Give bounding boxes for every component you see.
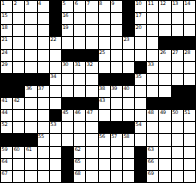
cell-r14c5[interactable] (50, 159, 61, 170)
cell-r6c5[interactable] (50, 62, 61, 73)
cell-r6c9[interactable] (99, 62, 110, 73)
cell-r3c6[interactable]: 19 (62, 25, 73, 36)
block-r9c6 (62, 98, 73, 109)
cell-r5c4[interactable] (38, 50, 49, 61)
cell-r5c14[interactable]: 26 (159, 50, 170, 61)
block-r15c6 (62, 171, 73, 182)
cell-r1c12[interactable]: 10 (135, 1, 146, 12)
cell-r7c8[interactable] (86, 74, 97, 85)
block-r9c13 (147, 98, 158, 109)
cell-r12c4[interactable]: 55 (38, 134, 49, 145)
cell-r4c10[interactable] (111, 37, 122, 48)
cell-r15c16[interactable] (184, 171, 195, 182)
block-r14c6 (62, 159, 73, 170)
cell-r6c3[interactable] (25, 62, 36, 73)
block-r8c15 (172, 86, 183, 97)
clue-number-67: 67 (2, 171, 8, 176)
clue-number-28: 28 (184, 50, 190, 55)
cell-r4c12[interactable] (135, 37, 146, 48)
cell-r3c3[interactable] (25, 25, 36, 36)
cell-r2c13[interactable] (147, 13, 158, 24)
cell-r2c12[interactable]: 17 (135, 13, 146, 24)
cell-r4c3[interactable] (25, 37, 36, 48)
clue-number-64: 64 (2, 159, 8, 164)
cell-r3c12[interactable]: 20 (135, 25, 146, 36)
cell-r12c6[interactable] (62, 134, 73, 145)
block-r5c8 (86, 50, 97, 61)
clue-number-57: 57 (111, 134, 117, 139)
cell-r4c13[interactable] (147, 37, 158, 48)
cell-r11c8[interactable] (86, 122, 97, 133)
clue-number-14: 14 (184, 1, 190, 6)
cell-r15c5[interactable] (50, 171, 61, 182)
cell-r9c12[interactable] (135, 98, 146, 109)
cell-r15c4[interactable] (38, 171, 49, 182)
block-r2c5 (50, 13, 61, 24)
cell-r5c2[interactable] (13, 50, 24, 61)
block-r8c1 (1, 86, 12, 97)
cell-r2c6[interactable]: 16 (62, 13, 73, 24)
cell-r9c2[interactable]: 42 (13, 98, 24, 109)
block-r12c1 (1, 134, 12, 145)
cell-r4c9[interactable] (99, 37, 110, 48)
cell-r14c15[interactable] (172, 159, 183, 170)
cell-r3c4[interactable] (38, 25, 49, 36)
clue-number-66: 66 (148, 159, 154, 164)
cell-r7c15[interactable] (172, 74, 183, 85)
cell-r10c2[interactable] (13, 110, 24, 121)
cell-r12c13[interactable] (147, 134, 158, 145)
cell-r11c4[interactable] (38, 122, 49, 133)
clue-number-44: 44 (2, 110, 8, 115)
cell-r13c16[interactable] (184, 147, 195, 158)
clue-number-43: 43 (99, 98, 105, 103)
clue-number-20: 20 (136, 25, 142, 30)
cell-r11c7[interactable] (74, 122, 85, 133)
block-r9c7 (74, 98, 85, 109)
clue-number-17: 17 (136, 13, 142, 18)
block-r11c10 (111, 122, 122, 133)
cell-r2c7[interactable] (74, 13, 85, 24)
cell-r3c2[interactable] (13, 25, 24, 36)
clue-number-38: 38 (99, 86, 105, 91)
cell-r2c1[interactable]: 15 (1, 13, 12, 24)
clue-number-61: 61 (26, 147, 32, 152)
clue-number-33: 33 (148, 62, 154, 67)
cell-r1c10[interactable]: 9 (111, 1, 122, 12)
clue-number-50: 50 (172, 110, 178, 115)
cell-r12c12[interactable] (135, 134, 146, 145)
cell-r3c13[interactable] (147, 25, 158, 36)
block-r10c5 (50, 110, 61, 121)
cell-r7c16[interactable] (184, 74, 195, 85)
block-r8c2 (13, 86, 24, 97)
cell-r13c11[interactable] (123, 147, 134, 158)
cell-r6c4[interactable] (38, 62, 49, 73)
cell-r15c9[interactable] (99, 171, 110, 182)
cell-r4c8[interactable] (86, 37, 97, 48)
cell-r5c10[interactable] (111, 50, 122, 61)
cell-r2c9[interactable] (99, 13, 110, 24)
cell-r6c15[interactable] (172, 62, 183, 73)
clue-number-51: 51 (184, 110, 190, 115)
cell-r14c3[interactable] (25, 159, 36, 170)
cell-r4c6[interactable] (62, 37, 73, 48)
cell-r9c1[interactable]: 41 (1, 98, 12, 109)
cell-r2c8[interactable] (86, 13, 97, 24)
cell-r4c2[interactable] (13, 37, 24, 48)
cell-r14c2[interactable] (13, 159, 24, 170)
cell-r14c16[interactable] (184, 159, 195, 170)
clue-number-40: 40 (123, 86, 129, 91)
cell-r14c7[interactable]: 65 (74, 159, 85, 170)
cell-r3c10[interactable] (111, 25, 122, 36)
cell-r5c15[interactable]: 27 (172, 50, 183, 61)
block-r9c16 (184, 98, 195, 109)
cell-r7c5[interactable]: 34 (50, 74, 61, 85)
block-r4c14 (159, 37, 170, 48)
cell-r5c11[interactable] (123, 50, 134, 61)
cell-r7c6[interactable] (62, 74, 73, 85)
cell-r10c11[interactable] (123, 110, 134, 121)
cell-r3c16[interactable] (184, 25, 195, 36)
clue-number-68: 68 (75, 171, 81, 176)
clue-number-48: 48 (148, 110, 154, 115)
crossword-board: 1234567891011121314151617181920212223242… (0, 0, 196, 183)
clue-number-37: 37 (38, 86, 44, 91)
cell-r6c14[interactable] (159, 62, 170, 73)
clue-number-58: 58 (123, 134, 129, 139)
cell-r5c5[interactable] (50, 50, 61, 61)
cell-r6c16[interactable] (184, 62, 195, 73)
cell-r9c9[interactable]: 43 (99, 98, 110, 109)
cell-r15c13[interactable]: 69 (147, 171, 158, 182)
block-r2c11 (123, 13, 134, 24)
cell-r3c9[interactable] (99, 25, 110, 36)
cell-r13c10[interactable] (111, 147, 122, 158)
cell-r15c10[interactable] (111, 171, 122, 182)
clue-number-54: 54 (136, 122, 142, 127)
cell-r2c16[interactable] (184, 13, 195, 24)
cell-r12c7[interactable] (74, 134, 85, 145)
cell-r10c8[interactable]: 47 (86, 110, 97, 121)
block-r7c1 (1, 74, 12, 85)
clue-number-62: 62 (75, 147, 81, 152)
cell-r8c9[interactable]: 38 (99, 86, 110, 97)
cell-r8c14[interactable] (159, 86, 170, 97)
cell-r4c11[interactable]: 23 (123, 37, 134, 48)
cell-r2c4[interactable] (38, 13, 49, 24)
cell-r5c16[interactable]: 28 (184, 50, 195, 61)
clue-number-26: 26 (160, 50, 166, 55)
clue-number-56: 56 (99, 134, 105, 139)
cell-r6c2[interactable] (13, 62, 24, 73)
cell-r10c7[interactable]: 46 (74, 110, 85, 121)
cell-r14c1[interactable]: 64 (1, 159, 12, 170)
cell-r1c15[interactable]: 13 (172, 1, 183, 12)
cell-r6c13[interactable]: 33 (147, 62, 158, 73)
block-r14c12 (135, 159, 146, 170)
cell-r13c3[interactable]: 61 (25, 147, 36, 158)
cell-r12c14[interactable] (159, 134, 170, 145)
clue-number-24: 24 (2, 50, 8, 55)
block-r7c2 (13, 74, 24, 85)
cell-r2c3[interactable] (25, 13, 36, 24)
clue-number-34: 34 (50, 74, 56, 79)
cell-r15c14[interactable] (159, 171, 170, 182)
cell-r11c5[interactable]: 53 (50, 122, 61, 133)
block-r3c5 (50, 25, 61, 36)
cell-r13c9[interactable] (99, 147, 110, 158)
clue-number-13: 13 (172, 1, 178, 6)
cell-r1c3[interactable]: 3 (25, 1, 36, 12)
cell-r11c1[interactable]: 52 (1, 122, 12, 133)
cell-r15c2[interactable] (13, 171, 24, 182)
cell-r8c12[interactable] (135, 86, 146, 97)
clue-number-39: 39 (111, 86, 117, 91)
cell-r10c12[interactable] (135, 110, 146, 121)
cell-r4c7[interactable] (74, 37, 85, 48)
cell-r13c15[interactable] (172, 147, 183, 158)
cell-r13c4[interactable] (38, 147, 49, 158)
cell-r14c8[interactable] (86, 159, 97, 170)
block-r12c3 (25, 134, 36, 145)
clue-number-25: 25 (99, 50, 105, 55)
cell-r8c13[interactable] (147, 86, 158, 97)
cell-r13c14[interactable] (159, 147, 170, 158)
block-r3c11 (123, 25, 134, 36)
cell-r10c1[interactable]: 44 (1, 110, 12, 121)
cell-r2c15[interactable] (172, 13, 183, 24)
cell-r2c10[interactable] (111, 13, 122, 24)
clue-number-46: 46 (75, 110, 81, 115)
cell-r1c16[interactable]: 14 (184, 1, 195, 12)
cell-r3c15[interactable] (172, 25, 183, 36)
cell-r5c9[interactable]: 25 (99, 50, 110, 61)
cell-r13c8[interactable] (86, 147, 97, 158)
clue-number-47: 47 (87, 110, 93, 115)
cell-r8c3[interactable]: 36 (25, 86, 36, 97)
cell-r7c13[interactable] (147, 74, 158, 85)
cell-r1c2[interactable]: 2 (13, 1, 24, 12)
block-r1c5 (50, 1, 61, 12)
cell-r12c8[interactable] (86, 134, 97, 145)
cell-r8c7[interactable] (74, 86, 85, 97)
block-r6c12 (135, 62, 146, 73)
cell-r10c13[interactable]: 48 (147, 110, 158, 121)
cell-r13c1[interactable]: 59 (1, 147, 12, 158)
clue-number-2: 2 (14, 1, 17, 6)
cell-r10c4[interactable] (38, 110, 49, 121)
cell-r11c15[interactable] (172, 122, 183, 133)
clue-number-32: 32 (87, 62, 93, 67)
cell-r3c14[interactable] (159, 25, 170, 36)
cell-r5c13[interactable] (147, 50, 158, 61)
block-r7c9 (99, 74, 110, 85)
block-r1c11 (123, 1, 134, 12)
block-r9c8 (86, 98, 97, 109)
clue-number-29: 29 (2, 62, 8, 67)
cell-r1c7[interactable]: 6 (74, 1, 85, 12)
cell-r8c4[interactable]: 37 (38, 86, 49, 97)
cell-r12c15[interactable] (172, 134, 183, 145)
cell-r3c7[interactable] (74, 25, 85, 36)
cell-r13c2[interactable]: 60 (13, 147, 24, 158)
cell-r8c5[interactable] (50, 86, 61, 97)
cell-r2c2[interactable] (13, 13, 24, 24)
clue-number-8: 8 (99, 1, 102, 6)
cell-r6c6[interactable]: 30 (62, 62, 73, 73)
cell-r13c5[interactable] (50, 147, 61, 158)
cell-r7c7[interactable] (74, 74, 85, 85)
cell-r12c10[interactable]: 57 (111, 134, 122, 145)
cell-r8c6[interactable] (62, 86, 73, 97)
block-r13c6 (62, 147, 73, 158)
clue-number-45: 45 (62, 110, 68, 115)
block-r11c11 (123, 122, 134, 133)
cell-r14c10[interactable] (111, 159, 122, 170)
block-r4c16 (184, 37, 195, 48)
cell-r6c10[interactable] (111, 62, 122, 73)
cell-r15c7[interactable]: 68 (74, 171, 85, 182)
cell-r10c14[interactable]: 49 (159, 110, 170, 121)
cell-r5c1[interactable]: 24 (1, 50, 12, 61)
cell-r5c12[interactable] (135, 50, 146, 61)
clue-number-7: 7 (87, 1, 90, 6)
clue-number-53: 53 (50, 122, 56, 127)
cell-r12c11[interactable]: 58 (123, 134, 134, 145)
cell-r6c1[interactable]: 29 (1, 62, 12, 73)
cell-r3c1[interactable]: 18 (1, 25, 12, 36)
cell-r15c11[interactable] (123, 171, 134, 182)
cell-r10c9[interactable] (99, 110, 110, 121)
clue-number-18: 18 (2, 25, 8, 30)
cell-r4c4[interactable] (38, 37, 49, 48)
cell-r2c14[interactable] (159, 13, 170, 24)
block-r7c4 (38, 74, 49, 85)
clue-number-41: 41 (2, 98, 8, 103)
cell-r8c11[interactable]: 40 (123, 86, 134, 97)
clue-number-30: 30 (62, 62, 68, 67)
cell-r9c5[interactable] (50, 98, 61, 109)
cell-r7c12[interactable]: 35 (135, 74, 146, 85)
clue-number-19: 19 (62, 25, 68, 30)
clue-number-21: 21 (2, 37, 8, 42)
cell-r4c5[interactable]: 22 (50, 37, 61, 48)
clue-number-11: 11 (148, 1, 154, 6)
cell-r1c4[interactable]: 4 (38, 1, 49, 12)
block-r15c12 (135, 171, 146, 182)
clue-number-31: 31 (75, 62, 81, 67)
cell-r1c14[interactable]: 12 (159, 1, 170, 12)
cell-r11c13[interactable] (147, 122, 158, 133)
cell-r9c3[interactable] (25, 98, 36, 109)
block-r9c14 (159, 98, 170, 109)
clue-number-27: 27 (172, 50, 178, 55)
clue-number-49: 49 (160, 110, 166, 115)
clue-number-55: 55 (38, 134, 44, 139)
cell-r14c9[interactable] (99, 159, 110, 170)
block-r13c12 (135, 147, 146, 158)
cell-r15c1[interactable]: 67 (1, 171, 12, 182)
cell-r15c8[interactable] (86, 171, 97, 182)
clue-number-9: 9 (111, 1, 114, 6)
block-r5c7 (74, 50, 85, 61)
clue-number-42: 42 (14, 98, 20, 103)
cell-r12c16[interactable] (184, 134, 195, 145)
cell-r11c6[interactable] (62, 122, 73, 133)
cell-r15c3[interactable] (25, 171, 36, 182)
cell-r10c6[interactable]: 45 (62, 110, 73, 121)
cell-r1c1[interactable]: 1 (1, 1, 12, 12)
cell-r9c10[interactable] (111, 98, 122, 109)
cell-r11c3[interactable] (25, 122, 36, 133)
block-r7c3 (25, 74, 36, 85)
cell-r11c16[interactable] (184, 122, 195, 133)
cell-r15c15[interactable] (172, 171, 183, 182)
clue-number-3: 3 (26, 1, 29, 6)
cell-r10c15[interactable]: 50 (172, 110, 183, 121)
clue-number-52: 52 (2, 122, 8, 127)
cell-r10c10[interactable] (111, 110, 122, 121)
cell-r6c11[interactable] (123, 62, 134, 73)
clue-number-4: 4 (38, 1, 41, 6)
cell-r1c6[interactable]: 5 (62, 1, 73, 12)
cell-r1c8[interactable]: 7 (86, 1, 97, 12)
cell-r11c14[interactable] (159, 122, 170, 133)
cell-r8c8[interactable] (86, 86, 97, 97)
cell-r14c13[interactable]: 66 (147, 159, 158, 170)
cell-r12c5[interactable] (50, 134, 61, 145)
cell-r4c1[interactable]: 21 (1, 37, 12, 48)
clue-number-59: 59 (2, 147, 8, 152)
cell-r7c14[interactable] (159, 74, 170, 85)
cell-r1c13[interactable]: 11 (147, 1, 158, 12)
cell-r1c9[interactable]: 8 (99, 1, 110, 12)
cell-r13c7[interactable]: 62 (74, 147, 85, 158)
cell-r13c13[interactable]: 63 (147, 147, 158, 158)
cell-r8c10[interactable]: 39 (111, 86, 122, 97)
clue-number-69: 69 (148, 171, 154, 176)
clue-number-5: 5 (62, 1, 65, 6)
block-r8c16 (184, 86, 195, 97)
block-r11c9 (99, 122, 110, 133)
clue-number-15: 15 (2, 13, 8, 18)
cell-r9c4[interactable] (38, 98, 49, 109)
cell-r10c3[interactable] (25, 110, 36, 121)
cell-r14c4[interactable] (38, 159, 49, 170)
cell-r14c11[interactable] (123, 159, 134, 170)
cell-r11c12[interactable]: 54 (135, 122, 146, 133)
block-r9c15 (172, 98, 183, 109)
cell-r11c2[interactable] (13, 122, 24, 133)
cell-r6c7[interactable]: 31 (74, 62, 85, 73)
clue-number-23: 23 (123, 37, 129, 42)
clue-number-63: 63 (148, 147, 154, 152)
clue-number-35: 35 (136, 74, 142, 79)
cell-r9c11[interactable] (123, 98, 134, 109)
cell-r3c8[interactable] (86, 25, 97, 36)
clue-number-60: 60 (14, 147, 20, 152)
cell-r10c16[interactable]: 51 (184, 110, 195, 121)
cell-r12c9[interactable]: 56 (99, 134, 110, 145)
clue-number-6: 6 (75, 1, 78, 6)
clue-number-36: 36 (26, 86, 32, 91)
cell-r6c8[interactable]: 32 (86, 62, 97, 73)
cell-r14c14[interactable] (159, 159, 170, 170)
block-r12c2 (13, 134, 24, 145)
cell-r5c3[interactable] (25, 50, 36, 61)
